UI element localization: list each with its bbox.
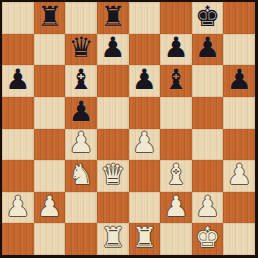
- piece-black-bishop-f6[interactable]: ♝: [163, 66, 188, 94]
- piece-white-bishop-f3[interactable]: ♝: [163, 161, 188, 189]
- piece-white-pawn-g2[interactable]: ♟: [195, 193, 220, 221]
- square-a3[interactable]: [2, 160, 34, 192]
- square-f3[interactable]: ♝: [160, 160, 192, 192]
- square-c5[interactable]: ♟: [65, 97, 97, 129]
- square-h4[interactable]: [223, 129, 255, 161]
- square-e1[interactable]: ♜: [129, 223, 161, 255]
- square-e2[interactable]: [129, 192, 161, 224]
- square-a1[interactable]: [2, 223, 34, 255]
- square-b7[interactable]: [34, 34, 66, 66]
- piece-white-king-g1[interactable]: ♚: [195, 224, 220, 252]
- square-h2[interactable]: [223, 192, 255, 224]
- square-b5[interactable]: [34, 97, 66, 129]
- square-d2[interactable]: [97, 192, 129, 224]
- piece-black-pawn-h6[interactable]: ♟: [227, 66, 252, 94]
- square-c8[interactable]: [65, 2, 97, 34]
- square-a6[interactable]: ♟: [2, 65, 34, 97]
- square-h6[interactable]: ♟: [223, 65, 255, 97]
- square-f8[interactable]: [160, 2, 192, 34]
- square-g8[interactable]: ♚: [192, 2, 224, 34]
- piece-black-rook-d8[interactable]: ♜: [100, 3, 125, 31]
- square-e3[interactable]: [129, 160, 161, 192]
- square-d5[interactable]: [97, 97, 129, 129]
- square-g6[interactable]: [192, 65, 224, 97]
- piece-black-queen-c7[interactable]: ♛: [69, 34, 94, 62]
- square-d8[interactable]: ♜: [97, 2, 129, 34]
- piece-white-pawn-b2[interactable]: ♟: [37, 193, 62, 221]
- square-f6[interactable]: ♝: [160, 65, 192, 97]
- piece-white-pawn-h3[interactable]: ♟: [227, 161, 252, 189]
- square-g5[interactable]: [192, 97, 224, 129]
- piece-black-pawn-d7[interactable]: ♟: [100, 34, 125, 62]
- piece-black-bishop-c6[interactable]: ♝: [69, 66, 94, 94]
- square-f1[interactable]: [160, 223, 192, 255]
- square-c2[interactable]: [65, 192, 97, 224]
- square-d7[interactable]: ♟: [97, 34, 129, 66]
- piece-black-pawn-f7[interactable]: ♟: [163, 34, 188, 62]
- square-g1[interactable]: ♚: [192, 223, 224, 255]
- chess-board-frame: ♜♜♚♛♟♟♟♟♝♟♝♟♟♟♟♞♛♝♟♟♟♟♟♜♜♚: [0, 0, 258, 258]
- square-h7[interactable]: [223, 34, 255, 66]
- piece-black-rook-b8[interactable]: ♜: [37, 3, 62, 31]
- chess-board: ♜♜♚♛♟♟♟♟♝♟♝♟♟♟♟♞♛♝♟♟♟♟♟♜♜♚: [2, 2, 255, 255]
- square-e4[interactable]: ♟: [129, 129, 161, 161]
- square-c1[interactable]: [65, 223, 97, 255]
- square-c4[interactable]: ♟: [65, 129, 97, 161]
- square-b2[interactable]: ♟: [34, 192, 66, 224]
- square-d3[interactable]: ♛: [97, 160, 129, 192]
- piece-white-rook-e1[interactable]: ♜: [132, 224, 157, 252]
- piece-white-pawn-c4[interactable]: ♟: [69, 129, 94, 157]
- piece-black-king-g8[interactable]: ♚: [195, 3, 220, 31]
- piece-white-rook-d1[interactable]: ♜: [100, 224, 125, 252]
- square-g7[interactable]: ♟: [192, 34, 224, 66]
- square-h8[interactable]: [223, 2, 255, 34]
- square-h1[interactable]: [223, 223, 255, 255]
- piece-white-pawn-e4[interactable]: ♟: [132, 129, 157, 157]
- square-b3[interactable]: [34, 160, 66, 192]
- square-d4[interactable]: [97, 129, 129, 161]
- square-e6[interactable]: ♟: [129, 65, 161, 97]
- square-g2[interactable]: ♟: [192, 192, 224, 224]
- square-a8[interactable]: [2, 2, 34, 34]
- piece-white-pawn-a2[interactable]: ♟: [5, 193, 30, 221]
- piece-black-pawn-e6[interactable]: ♟: [132, 66, 157, 94]
- square-a4[interactable]: [2, 129, 34, 161]
- square-d6[interactable]: [97, 65, 129, 97]
- square-b6[interactable]: [34, 65, 66, 97]
- square-g4[interactable]: [192, 129, 224, 161]
- square-g3[interactable]: [192, 160, 224, 192]
- square-h3[interactable]: ♟: [223, 160, 255, 192]
- piece-black-pawn-a6[interactable]: ♟: [5, 66, 30, 94]
- piece-white-pawn-f2[interactable]: ♟: [163, 193, 188, 221]
- square-b1[interactable]: [34, 223, 66, 255]
- square-e7[interactable]: [129, 34, 161, 66]
- square-f2[interactable]: ♟: [160, 192, 192, 224]
- square-f7[interactable]: ♟: [160, 34, 192, 66]
- square-h5[interactable]: [223, 97, 255, 129]
- square-a5[interactable]: [2, 97, 34, 129]
- square-d1[interactable]: ♜: [97, 223, 129, 255]
- square-c6[interactable]: ♝: [65, 65, 97, 97]
- square-b8[interactable]: ♜: [34, 2, 66, 34]
- piece-white-queen-d3[interactable]: ♛: [100, 161, 125, 189]
- square-e5[interactable]: [129, 97, 161, 129]
- square-f4[interactable]: [160, 129, 192, 161]
- square-a7[interactable]: [2, 34, 34, 66]
- square-c3[interactable]: ♞: [65, 160, 97, 192]
- piece-black-pawn-c5[interactable]: ♟: [69, 98, 94, 126]
- square-a2[interactable]: ♟: [2, 192, 34, 224]
- square-f5[interactable]: [160, 97, 192, 129]
- square-c7[interactable]: ♛: [65, 34, 97, 66]
- piece-black-pawn-g7[interactable]: ♟: [195, 34, 220, 62]
- square-b4[interactable]: [34, 129, 66, 161]
- square-e8[interactable]: [129, 2, 161, 34]
- piece-white-knight-c3[interactable]: ♞: [69, 161, 94, 189]
